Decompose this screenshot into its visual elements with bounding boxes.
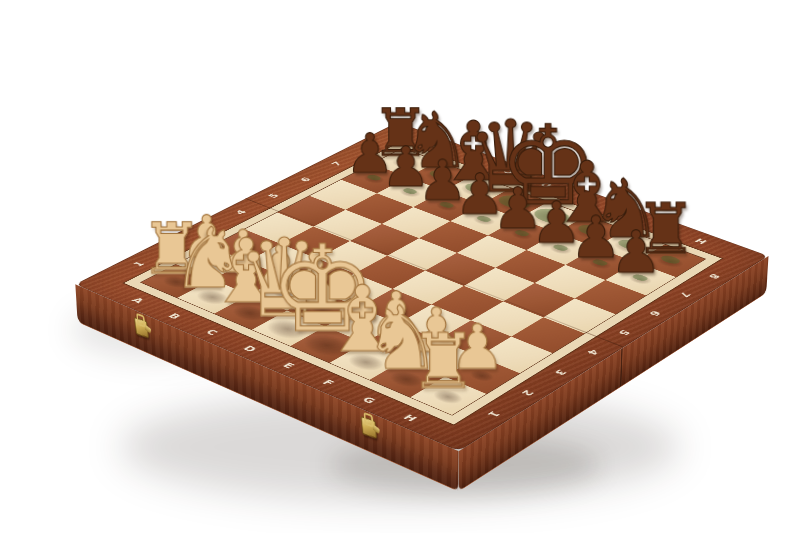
chess-board: AABBCCDDEEFFGGHH1122334455667788 ♜♞♝♛♚♝♞… (75, 122, 768, 451)
board-scene: AABBCCDDEEFFGGHH1122334455667788 ♜♞♝♛♚♝♞… (179, 24, 671, 516)
piece-glyph: ♜ (379, 326, 509, 398)
fold-seam-side (620, 348, 623, 387)
piece-glyph: ♟ (576, 225, 697, 280)
photo-background: AABBCCDDEEFFGGHH1122334455667788 ♜♞♝♛♚♝♞… (0, 0, 800, 533)
brass-latch-left (134, 317, 149, 339)
brass-latch-right (361, 416, 377, 439)
